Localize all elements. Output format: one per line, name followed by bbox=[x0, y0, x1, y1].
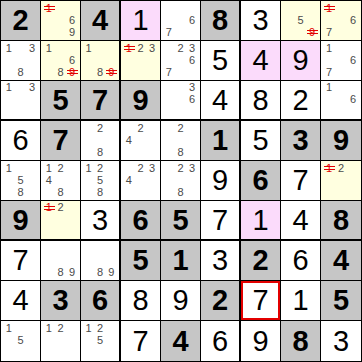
cell-r5c2[interactable]: 1248 bbox=[41, 161, 81, 201]
pencilmarks: 158 bbox=[3, 162, 38, 198]
cell-r5c5[interactable]: 238 bbox=[161, 161, 201, 201]
cell-r6c7[interactable]: 1 bbox=[241, 201, 281, 241]
pencilmarks: 59 bbox=[283, 2, 318, 38]
cell-r9c7[interactable]: 9 bbox=[241, 321, 281, 361]
candidate-8: 8 bbox=[94, 266, 105, 278]
candidate-8: 8 bbox=[94, 186, 105, 198]
candidate-6: 6 bbox=[347, 94, 359, 106]
pencilmarks: 671 bbox=[323, 2, 359, 38]
given-digit: 7 bbox=[52, 126, 68, 155]
candidate-2: 2 bbox=[55, 162, 67, 174]
excluded-candidate-1: 1 bbox=[43, 202, 55, 214]
cell-r4c8[interactable]: 3 bbox=[281, 121, 321, 161]
candidate-1: 1 bbox=[323, 82, 335, 94]
cell-r1c5[interactable]: 67 bbox=[161, 1, 201, 41]
candidate-2: 2 bbox=[135, 162, 147, 174]
pencilmarks: 28 bbox=[163, 122, 198, 158]
solved-digit: 7 bbox=[132, 327, 148, 356]
solved-digit: 6 bbox=[12, 126, 28, 155]
candidate-4: 4 bbox=[123, 134, 135, 146]
pencilmarks: 234 bbox=[123, 162, 158, 198]
candidate-8: 8 bbox=[94, 66, 105, 78]
cell-r7c1[interactable]: 7 bbox=[1, 241, 41, 281]
cell-r8c8[interactable]: 1 bbox=[281, 281, 321, 321]
candidate-6: 6 bbox=[66, 54, 78, 66]
cell-r1c7[interactable]: 3 bbox=[241, 1, 281, 41]
cell-r9c3[interactable]: 125 bbox=[81, 321, 121, 361]
candidate-1: 1 bbox=[43, 322, 55, 334]
strikethrough-digit: 1 bbox=[46, 3, 52, 14]
pencilmarks: 13 bbox=[3, 82, 38, 117]
cell-r3c2[interactable]: 5 bbox=[41, 81, 81, 121]
candidate-1: 1 bbox=[323, 42, 335, 54]
cell-r5c9[interactable]: 21 bbox=[321, 161, 361, 201]
given-digit: 2 bbox=[252, 246, 268, 275]
cell-r1c8[interactable]: 59 bbox=[281, 1, 321, 41]
solved-digit: 4 bbox=[12, 286, 28, 315]
candidate-1: 1 bbox=[43, 162, 55, 174]
cell-r1c2[interactable]: 691 bbox=[41, 1, 81, 41]
cell-r5c3[interactable]: 1258 bbox=[81, 161, 121, 201]
candidate-1: 1 bbox=[3, 322, 15, 334]
solved-digit: 3 bbox=[252, 6, 268, 35]
cell-r6c6[interactable]: 7 bbox=[201, 201, 241, 241]
solved-digit: 9 bbox=[172, 286, 188, 315]
given-digit: 6 bbox=[132, 206, 148, 235]
candidate-6: 6 bbox=[347, 54, 359, 66]
pencilmarks: 125 bbox=[83, 322, 117, 359]
pencilmarks: 138 bbox=[3, 42, 38, 78]
pencilmarks: 1689 bbox=[43, 42, 78, 78]
candidate-1: 1 bbox=[83, 162, 94, 174]
pencilmarks: 21 bbox=[323, 162, 359, 198]
strikethrough-digit: 1 bbox=[126, 43, 132, 54]
given-digit: 4 bbox=[92, 6, 108, 35]
given-digit: 5 bbox=[333, 286, 349, 315]
cell-r6c9[interactable]: 8 bbox=[321, 201, 361, 241]
given-digit: 8 bbox=[212, 6, 228, 35]
cell-r4c2[interactable]: 7 bbox=[41, 121, 81, 161]
given-digit: 5 bbox=[52, 86, 68, 115]
given-digit: 9 bbox=[333, 126, 349, 155]
excluded-candidate-1: 1 bbox=[323, 2, 335, 14]
candidate-6: 6 bbox=[186, 14, 198, 26]
given-digit: 5 bbox=[132, 246, 148, 275]
given-digit: 3 bbox=[292, 126, 308, 155]
given-digit: 9 bbox=[132, 86, 148, 115]
candidate-1: 1 bbox=[83, 42, 94, 54]
solved-digit: 9 bbox=[252, 327, 268, 356]
pencilmarks: 2367 bbox=[163, 42, 198, 78]
cell-r3c5[interactable]: 36 bbox=[161, 81, 201, 121]
pencilmarks: 189 bbox=[83, 42, 117, 78]
pencilmarks: 28 bbox=[83, 122, 117, 158]
candidate-7: 7 bbox=[323, 66, 335, 78]
solved-digit: 4 bbox=[252, 46, 268, 75]
solved-digit: 3 bbox=[92, 206, 108, 235]
candidate-1: 1 bbox=[43, 42, 55, 54]
solved-digit: 5 bbox=[252, 126, 268, 155]
candidate-2: 2 bbox=[94, 322, 105, 334]
candidate-6: 6 bbox=[66, 14, 78, 26]
candidate-3: 3 bbox=[186, 82, 198, 94]
pencilmarks: 24 bbox=[123, 122, 158, 158]
given-digit: 8 bbox=[333, 206, 349, 235]
candidate-1: 1 bbox=[83, 322, 94, 334]
pencilmarks: 231 bbox=[123, 42, 158, 78]
excluded-candidate-1: 1 bbox=[323, 162, 335, 174]
cell-r5c1[interactable]: 158 bbox=[1, 161, 41, 201]
candidate-5: 5 bbox=[295, 14, 307, 26]
pencilmarks: 67 bbox=[163, 2, 198, 38]
cell-r7c7[interactable]: 2 bbox=[241, 241, 281, 281]
strikethrough-digit: 9 bbox=[309, 27, 315, 38]
candidate-8: 8 bbox=[94, 146, 105, 158]
candidate-4: 4 bbox=[123, 174, 135, 186]
candidate-2: 2 bbox=[175, 122, 187, 134]
solved-digit: 4 bbox=[212, 86, 228, 115]
cell-r8c5[interactable]: 9 bbox=[161, 281, 201, 321]
pencilmarks: 21 bbox=[43, 202, 78, 237]
excluded-candidate-9: 9 bbox=[106, 66, 117, 78]
candidate-4: 4 bbox=[43, 174, 55, 186]
candidate-8: 8 bbox=[15, 186, 27, 198]
candidate-8: 8 bbox=[55, 186, 67, 198]
cell-r3c7[interactable]: 8 bbox=[241, 81, 281, 121]
given-digit: 9 bbox=[12, 206, 28, 235]
cell-r6c1[interactable]: 9 bbox=[1, 201, 41, 241]
candidate-7: 7 bbox=[163, 66, 175, 78]
given-digit: 1 bbox=[172, 246, 188, 275]
candidate-3: 3 bbox=[186, 42, 198, 54]
excluded-candidate-1: 1 bbox=[123, 42, 135, 54]
cell-r4c6[interactable]: 1 bbox=[201, 121, 241, 161]
candidate-2: 2 bbox=[135, 122, 147, 134]
candidate-8: 8 bbox=[175, 186, 187, 198]
candidate-6: 6 bbox=[186, 94, 198, 106]
candidate-8: 8 bbox=[15, 66, 27, 78]
solved-digit: 7 bbox=[12, 246, 28, 275]
cell-r1c4[interactable]: 1 bbox=[121, 1, 161, 41]
candidate-3: 3 bbox=[146, 162, 158, 174]
candidate-5: 5 bbox=[15, 334, 27, 346]
candidate-9: 9 bbox=[66, 26, 78, 38]
solved-digit: 2 bbox=[292, 86, 308, 115]
cell-r6c4[interactable]: 6 bbox=[121, 201, 161, 241]
pencilmarks: 36 bbox=[163, 82, 198, 117]
solved-digit: 7 bbox=[252, 286, 268, 315]
solved-digit: 6 bbox=[212, 327, 228, 356]
cell-r2c8[interactable]: 9 bbox=[281, 41, 321, 81]
cell-r8c2[interactable]: 3 bbox=[41, 281, 81, 321]
cell-r4c1[interactable]: 6 bbox=[1, 121, 41, 161]
candidate-1: 1 bbox=[3, 82, 15, 94]
solved-digit: 6 bbox=[292, 246, 308, 275]
cell-r7c3[interactable]: 89 bbox=[81, 241, 121, 281]
candidate-2: 2 bbox=[175, 42, 187, 54]
cell-r4c9[interactable]: 9 bbox=[321, 121, 361, 161]
given-digit: 2 bbox=[212, 286, 228, 315]
strikethrough-digit: 9 bbox=[108, 67, 114, 78]
cell-r7c9[interactable]: 4 bbox=[321, 241, 361, 281]
cell-r2c5[interactable]: 2367 bbox=[161, 41, 201, 81]
excluded-candidate-1: 1 bbox=[43, 2, 55, 14]
cell-r8c1[interactable]: 4 bbox=[1, 281, 41, 321]
solved-digit: 8 bbox=[132, 286, 148, 315]
pencilmarks: 1248 bbox=[43, 162, 78, 198]
cell-r8c7[interactable]: 7 bbox=[241, 281, 281, 321]
cell-r5c8[interactable]: 7 bbox=[281, 161, 321, 201]
solved-digit: 4 bbox=[292, 206, 308, 235]
solved-digit: 7 bbox=[292, 166, 308, 195]
cell-r9c4[interactable]: 7 bbox=[121, 321, 161, 361]
cell-r9c2[interactable]: 12 bbox=[41, 321, 81, 361]
solved-digit: 7 bbox=[212, 206, 228, 235]
candidate-5: 5 bbox=[15, 174, 27, 186]
candidate-2: 2 bbox=[94, 162, 105, 174]
strikethrough-digit: 9 bbox=[69, 67, 75, 78]
cell-r9c5[interactable]: 4 bbox=[161, 321, 201, 361]
candidate-3: 3 bbox=[26, 82, 38, 94]
pencilmarks: 12 bbox=[43, 322, 78, 359]
given-digit: 2 bbox=[12, 6, 28, 35]
candidate-1: 1 bbox=[3, 162, 15, 174]
cell-r5c7[interactable]: 6 bbox=[241, 161, 281, 201]
candidate-3: 3 bbox=[26, 42, 38, 54]
given-digit: 7 bbox=[92, 86, 108, 115]
given-digit: 1 bbox=[212, 126, 228, 155]
cell-r4c5[interactable]: 28 bbox=[161, 121, 201, 161]
candidate-2: 2 bbox=[55, 202, 67, 214]
cell-r3c1[interactable]: 13 bbox=[1, 81, 41, 121]
cell-r6c3[interactable]: 3 bbox=[81, 201, 121, 241]
solved-digit: 1 bbox=[132, 6, 148, 35]
solved-digit: 8 bbox=[252, 86, 268, 115]
pencilmarks: 691 bbox=[43, 2, 78, 38]
strikethrough-digit: 1 bbox=[46, 202, 52, 213]
candidate-9: 9 bbox=[66, 266, 78, 278]
candidate-6: 6 bbox=[347, 14, 359, 26]
cell-r1c9[interactable]: 671 bbox=[321, 1, 361, 41]
sudoku-board: 2691416783596711381689189231236754916713… bbox=[0, 0, 362, 362]
cell-r4c4[interactable]: 24 bbox=[121, 121, 161, 161]
pencilmarks: 238 bbox=[163, 162, 198, 198]
cell-r2c3[interactable]: 189 bbox=[81, 41, 121, 81]
solved-digit: 3 bbox=[333, 327, 349, 356]
cell-r2c9[interactable]: 167 bbox=[321, 41, 361, 81]
cell-r9c8[interactable]: 8 bbox=[281, 321, 321, 361]
pencilmarks: 16 bbox=[323, 82, 359, 117]
solved-digit: 1 bbox=[292, 286, 308, 315]
excluded-candidate-9: 9 bbox=[306, 26, 318, 38]
cell-r8c3[interactable]: 6 bbox=[81, 281, 121, 321]
cell-r1c6[interactable]: 8 bbox=[201, 1, 241, 41]
strikethrough-digit: 1 bbox=[326, 3, 332, 14]
candidate-2: 2 bbox=[55, 322, 67, 334]
cell-r1c3[interactable]: 4 bbox=[81, 1, 121, 41]
solved-digit: 9 bbox=[212, 166, 228, 195]
cell-r9c6[interactable]: 6 bbox=[201, 321, 241, 361]
cell-r3c3[interactable]: 7 bbox=[81, 81, 121, 121]
candidate-3: 3 bbox=[146, 42, 158, 54]
cell-r2c2[interactable]: 1689 bbox=[41, 41, 81, 81]
cell-r9c1[interactable]: 15 bbox=[1, 321, 41, 361]
candidate-5: 5 bbox=[94, 334, 105, 346]
cell-r7c5[interactable]: 1 bbox=[161, 241, 201, 281]
given-digit: 6 bbox=[252, 166, 268, 195]
cell-r3c4[interactable]: 9 bbox=[121, 81, 161, 121]
candidate-3: 3 bbox=[186, 162, 198, 174]
solved-digit: 9 bbox=[292, 46, 308, 75]
solved-digit: 1 bbox=[252, 206, 268, 235]
solved-digit: 5 bbox=[212, 46, 228, 75]
solved-digit: 3 bbox=[212, 246, 228, 275]
cell-r5c6[interactable]: 9 bbox=[201, 161, 241, 201]
candidate-2: 2 bbox=[94, 122, 105, 134]
cell-r3c9[interactable]: 16 bbox=[321, 81, 361, 121]
candidate-8: 8 bbox=[175, 146, 187, 158]
cell-r6c5[interactable]: 5 bbox=[161, 201, 201, 241]
candidate-7: 7 bbox=[163, 26, 175, 38]
cell-r7c4[interactable]: 5 bbox=[121, 241, 161, 281]
given-digit: 5 bbox=[172, 206, 188, 235]
cell-r3c6[interactable]: 4 bbox=[201, 81, 241, 121]
candidate-2: 2 bbox=[135, 42, 147, 54]
given-digit: 4 bbox=[172, 327, 188, 356]
cell-r2c6[interactable]: 5 bbox=[201, 41, 241, 81]
cell-r8c4[interactable]: 8 bbox=[121, 281, 161, 321]
candidate-6: 6 bbox=[186, 54, 198, 66]
pencilmarks: 89 bbox=[83, 242, 117, 278]
given-digit: 3 bbox=[52, 286, 68, 315]
cell-r7c2[interactable]: 89 bbox=[41, 241, 81, 281]
cell-r2c7[interactable]: 4 bbox=[241, 41, 281, 81]
pencilmarks: 167 bbox=[323, 42, 359, 78]
candidate-9: 9 bbox=[106, 266, 117, 278]
cell-r3c8[interactable]: 2 bbox=[281, 81, 321, 121]
strikethrough-digit: 1 bbox=[326, 163, 332, 174]
pencilmarks: 1258 bbox=[83, 162, 117, 198]
cell-r1c1[interactable]: 2 bbox=[1, 1, 41, 41]
cell-r8c6[interactable]: 2 bbox=[201, 281, 241, 321]
excluded-candidate-9: 9 bbox=[66, 66, 78, 78]
cell-r7c6[interactable]: 3 bbox=[201, 241, 241, 281]
cell-r7c8[interactable]: 6 bbox=[281, 241, 321, 281]
given-digit: 4 bbox=[333, 246, 349, 275]
candidate-1: 1 bbox=[3, 42, 15, 54]
candidate-2: 2 bbox=[175, 162, 187, 174]
cell-r2c1[interactable]: 138 bbox=[1, 41, 41, 81]
cell-r8c9[interactable]: 5 bbox=[321, 281, 361, 321]
cell-r5c4[interactable]: 234 bbox=[121, 161, 161, 201]
cell-r4c7[interactable]: 5 bbox=[241, 121, 281, 161]
pencilmarks: 15 bbox=[3, 322, 38, 359]
cell-r2c4[interactable]: 231 bbox=[121, 41, 161, 81]
given-digit: 8 bbox=[292, 327, 308, 356]
candidate-5: 5 bbox=[94, 174, 105, 186]
given-digit: 6 bbox=[92, 286, 108, 315]
candidate-8: 8 bbox=[55, 266, 67, 278]
candidate-7: 7 bbox=[323, 26, 335, 38]
cell-r9c9[interactable]: 3 bbox=[321, 321, 361, 361]
candidate-8: 8 bbox=[55, 66, 67, 78]
pencilmarks: 89 bbox=[43, 242, 78, 278]
candidate-2: 2 bbox=[335, 162, 347, 174]
cell-r4c3[interactable]: 28 bbox=[81, 121, 121, 161]
cell-r6c8[interactable]: 4 bbox=[281, 201, 321, 241]
cell-r6c2[interactable]: 21 bbox=[41, 201, 81, 241]
